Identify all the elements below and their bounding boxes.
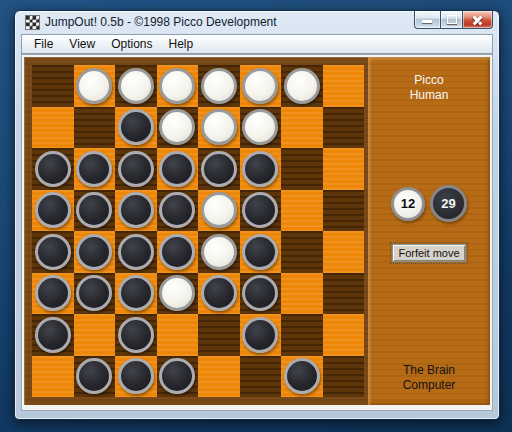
window-controls (414, 11, 493, 29)
board-cell[interactable] (157, 190, 199, 232)
board-cell[interactable] (32, 231, 74, 273)
board-cell[interactable] (32, 190, 74, 232)
board-cell[interactable] (240, 273, 282, 315)
board-cell[interactable] (157, 356, 199, 398)
forfeit-move-button[interactable]: Forfeit move (392, 244, 465, 262)
black-piece-counter: 29 (430, 185, 467, 222)
white-piece[interactable] (284, 68, 320, 104)
board-cell[interactable] (115, 314, 157, 356)
board-cell[interactable] (198, 148, 240, 190)
white-piece[interactable] (76, 68, 112, 104)
board-cell[interactable] (240, 148, 282, 190)
menu-bar: File View Options Help (21, 34, 493, 54)
black-piece[interactable] (76, 192, 112, 228)
white-piece[interactable] (242, 68, 278, 104)
board-cell[interactable] (198, 190, 240, 232)
side-panel: Picco Human 12 29 Forfeit move The Brain… (368, 57, 490, 405)
menu-options[interactable]: Options (103, 35, 160, 53)
board-cell[interactable] (115, 231, 157, 273)
maximize-button[interactable] (440, 11, 463, 29)
board-cell[interactable] (281, 273, 323, 315)
white-piece[interactable] (118, 68, 154, 104)
white-piece[interactable] (201, 68, 237, 104)
board-cell[interactable] (32, 273, 74, 315)
menu-help[interactable]: Help (161, 35, 202, 53)
board-cell[interactable] (115, 107, 157, 149)
menu-file[interactable]: File (26, 35, 61, 53)
board-cell[interactable] (157, 231, 199, 273)
client-area: Picco Human 12 29 Forfeit move The Brain… (21, 54, 493, 411)
board-cell[interactable] (240, 107, 282, 149)
board-cell[interactable] (74, 190, 116, 232)
board-cell[interactable] (198, 107, 240, 149)
board-cell[interactable] (157, 148, 199, 190)
black-piece[interactable] (201, 275, 237, 311)
player-bottom-label: The Brain Computer (368, 363, 490, 393)
board-cell[interactable] (32, 314, 74, 356)
board-cell[interactable] (198, 273, 240, 315)
board-cell[interactable] (74, 148, 116, 190)
game-area: Picco Human 12 29 Forfeit move The Brain… (24, 57, 490, 405)
board-cell[interactable] (157, 314, 199, 356)
menu-view[interactable]: View (61, 35, 103, 53)
white-piece[interactable] (159, 275, 195, 311)
black-piece[interactable] (242, 151, 278, 187)
black-piece[interactable] (118, 234, 154, 270)
board-cell[interactable] (74, 107, 116, 149)
player-top-type: Human (368, 88, 490, 103)
black-piece[interactable] (201, 151, 237, 187)
board-cell[interactable] (281, 356, 323, 398)
player-top-label: Picco Human (368, 73, 490, 103)
black-piece[interactable] (242, 317, 278, 353)
board-cell[interactable] (32, 148, 74, 190)
black-piece[interactable] (118, 109, 154, 145)
board-cell[interactable] (198, 356, 240, 398)
board-cell[interactable] (240, 65, 282, 107)
board-cell[interactable] (281, 107, 323, 149)
black-piece[interactable] (242, 234, 278, 270)
board-cell[interactable] (198, 231, 240, 273)
black-piece[interactable] (242, 192, 278, 228)
forfeit-wrap: Forfeit move (368, 243, 490, 262)
board-cell[interactable] (198, 65, 240, 107)
app-checkerboard-icon (25, 15, 40, 30)
board-cell[interactable] (74, 356, 116, 398)
black-piece[interactable] (118, 317, 154, 353)
black-piece[interactable] (35, 275, 71, 311)
board-cell[interactable] (198, 314, 240, 356)
black-piece[interactable] (35, 151, 71, 187)
app-window: JumpOut! 0.5b - ©1998 Picco Development … (14, 10, 500, 420)
white-piece[interactable] (201, 109, 237, 145)
white-piece[interactable] (201, 234, 237, 270)
board (32, 65, 364, 397)
board-cell[interactable] (115, 190, 157, 232)
black-piece[interactable] (76, 275, 112, 311)
player-top-name: Picco (368, 73, 490, 88)
white-piece[interactable] (159, 109, 195, 145)
maximize-icon (447, 15, 457, 24)
board-cell[interactable] (157, 273, 199, 315)
window-title: JumpOut! 0.5b - ©1998 Picco Development (45, 15, 277, 29)
black-piece[interactable] (76, 234, 112, 270)
board-cell[interactable] (74, 231, 116, 273)
black-piece[interactable] (35, 317, 71, 353)
board-cell[interactable] (240, 356, 282, 398)
board-cell[interactable] (323, 190, 365, 232)
board-cell[interactable] (281, 231, 323, 273)
black-piece[interactable] (118, 275, 154, 311)
black-piece[interactable] (284, 358, 320, 394)
white-piece[interactable] (159, 68, 195, 104)
board-cell[interactable] (281, 190, 323, 232)
board-cell[interactable] (74, 65, 116, 107)
black-piece[interactable] (35, 192, 71, 228)
player-bottom-type: Computer (368, 378, 490, 393)
board-cell[interactable] (281, 314, 323, 356)
board-cell[interactable] (157, 107, 199, 149)
board-cell[interactable] (74, 314, 116, 356)
board-cell[interactable] (115, 148, 157, 190)
board-cell[interactable] (74, 273, 116, 315)
black-piece[interactable] (76, 358, 112, 394)
board-cell[interactable] (323, 273, 365, 315)
black-piece[interactable] (35, 234, 71, 270)
board-cell[interactable] (240, 231, 282, 273)
close-button[interactable] (463, 11, 493, 29)
board-cell[interactable] (157, 65, 199, 107)
black-piece[interactable] (76, 151, 112, 187)
black-piece[interactable] (159, 358, 195, 394)
white-piece-counter: 12 (391, 187, 425, 221)
piece-counters: 12 29 (368, 185, 490, 222)
black-piece[interactable] (159, 151, 195, 187)
board-cell[interactable] (323, 107, 365, 149)
minimize-icon (422, 20, 432, 23)
board-frame (24, 57, 368, 405)
board-cell[interactable] (115, 65, 157, 107)
board-cell[interactable] (323, 314, 365, 356)
board-cell[interactable] (32, 107, 74, 149)
minimize-button[interactable] (414, 11, 440, 29)
white-piece[interactable] (242, 109, 278, 145)
board-cell[interactable] (32, 65, 74, 107)
board-cell[interactable] (240, 190, 282, 232)
board-cell[interactable] (115, 356, 157, 398)
board-cell[interactable] (281, 65, 323, 107)
black-piece[interactable] (118, 151, 154, 187)
board-cell[interactable] (32, 356, 74, 398)
board-cell[interactable] (323, 356, 365, 398)
board-cell[interactable] (323, 65, 365, 107)
black-piece[interactable] (242, 275, 278, 311)
board-cell[interactable] (281, 148, 323, 190)
board-cell[interactable] (240, 314, 282, 356)
black-piece[interactable] (118, 192, 154, 228)
black-piece[interactable] (118, 358, 154, 394)
player-bottom-name: The Brain (368, 363, 490, 378)
board-cell[interactable] (323, 231, 365, 273)
white-piece[interactable] (201, 192, 237, 228)
board-cell[interactable] (115, 273, 157, 315)
black-piece[interactable] (159, 234, 195, 270)
board-cell[interactable] (323, 148, 365, 190)
black-piece[interactable] (159, 192, 195, 228)
